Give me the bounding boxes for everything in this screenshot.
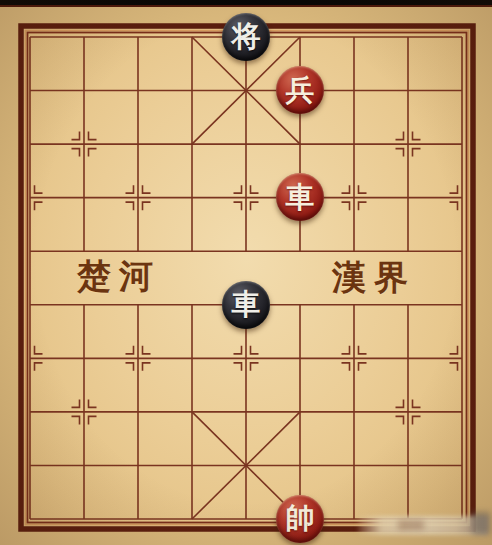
watermark-smudge-speck [398, 520, 424, 530]
intersection-f6-r5[interactable] [327, 278, 381, 332]
intersection-f8-r7[interactable] [435, 385, 489, 439]
intersection-f1-r1[interactable] [57, 64, 111, 118]
intersection-f3-r4[interactable] [165, 224, 219, 278]
intersection-f6-r6[interactable] [327, 331, 381, 385]
intersection-f1-r6[interactable] [57, 331, 111, 385]
letterbox-top-bar-edge [0, 5, 492, 7]
intersection-f0-r4[interactable] [3, 224, 57, 278]
intersection-f0-r2[interactable] [3, 117, 57, 171]
intersection-f6-r1[interactable] [327, 64, 381, 118]
black-chariot[interactable]: 車 [222, 281, 270, 329]
intersection-f3-r5[interactable] [165, 278, 219, 332]
intersection-f2-r0[interactable] [111, 10, 165, 64]
intersection-f4-r7[interactable] [219, 385, 273, 439]
intersection-f5-r0[interactable] [273, 10, 327, 64]
intersection-f5-r8[interactable] [273, 438, 327, 492]
intersection-f1-r2[interactable] [57, 117, 111, 171]
intersection-f3-r2[interactable] [165, 117, 219, 171]
intersection-f7-r4[interactable] [381, 224, 435, 278]
intersection-f2-r2[interactable] [111, 117, 165, 171]
intersection-f0-r7[interactable] [3, 385, 57, 439]
intersection-f5-r6[interactable] [273, 331, 327, 385]
watermark-smudge-speck [472, 512, 490, 534]
intersection-f3-r6[interactable] [165, 331, 219, 385]
intersection-f7-r7[interactable] [381, 385, 435, 439]
intersection-f0-r9[interactable] [3, 492, 57, 545]
intersection-f4-r3[interactable] [219, 171, 273, 225]
intersection-f8-r1[interactable] [435, 64, 489, 118]
intersection-f8-r5[interactable] [435, 278, 489, 332]
red-soldier[interactable]: 兵 [276, 66, 324, 114]
intersection-f0-r6[interactable] [3, 331, 57, 385]
intersection-f7-r6[interactable] [381, 331, 435, 385]
intersection-f7-r2[interactable] [381, 117, 435, 171]
intersection-f1-r0[interactable] [57, 10, 111, 64]
intersection-f6-r7[interactable] [327, 385, 381, 439]
intersection-f6-r0[interactable] [327, 10, 381, 64]
intersection-f0-r3[interactable] [3, 171, 57, 225]
intersection-f1-r5[interactable] [57, 278, 111, 332]
intersection-f2-r8[interactable] [111, 438, 165, 492]
intersection-f0-r0[interactable] [3, 10, 57, 64]
piece-grid: 将兵車車帥 [3, 10, 489, 545]
intersection-f4-r8[interactable] [219, 438, 273, 492]
intersection-f3-r8[interactable] [165, 438, 219, 492]
intersection-f4-r1[interactable] [219, 64, 273, 118]
intersection-f1-r3[interactable] [57, 171, 111, 225]
xiangqi-app-screen: 楚河 漢界 将兵車車帥 [0, 0, 492, 545]
intersection-f3-r7[interactable] [165, 385, 219, 439]
intersection-f7-r5[interactable] [381, 278, 435, 332]
intersection-f3-r1[interactable] [165, 64, 219, 118]
intersection-f8-r4[interactable] [435, 224, 489, 278]
intersection-f3-r0[interactable] [165, 10, 219, 64]
intersection-f2-r9[interactable] [111, 492, 165, 545]
intersection-f2-r1[interactable] [111, 64, 165, 118]
intersection-f3-r3[interactable] [165, 171, 219, 225]
intersection-f6-r3[interactable] [327, 171, 381, 225]
intersection-f0-r1[interactable] [3, 64, 57, 118]
intersection-f1-r8[interactable] [57, 438, 111, 492]
intersection-f1-r4[interactable] [57, 224, 111, 278]
intersection-f8-r0[interactable] [435, 10, 489, 64]
black-general[interactable]: 将 [222, 13, 270, 61]
intersection-f5-r7[interactable] [273, 385, 327, 439]
intersection-f4-r4[interactable] [219, 224, 273, 278]
intersection-f1-r9[interactable] [57, 492, 111, 545]
intersection-f0-r5[interactable] [3, 278, 57, 332]
intersection-f7-r0[interactable] [381, 10, 435, 64]
intersection-f8-r8[interactable] [435, 438, 489, 492]
intersection-f2-r4[interactable] [111, 224, 165, 278]
intersection-f4-r6[interactable] [219, 331, 273, 385]
intersection-f8-r3[interactable] [435, 171, 489, 225]
intersection-f8-r2[interactable] [435, 117, 489, 171]
intersection-f2-r5[interactable] [111, 278, 165, 332]
intersection-f8-r6[interactable] [435, 331, 489, 385]
intersection-f6-r4[interactable] [327, 224, 381, 278]
intersection-f7-r1[interactable] [381, 64, 435, 118]
intersection-f6-r8[interactable] [327, 438, 381, 492]
intersection-f0-r8[interactable] [3, 438, 57, 492]
intersection-f3-r9[interactable] [165, 492, 219, 545]
intersection-f5-r5[interactable] [273, 278, 327, 332]
intersection-f6-r2[interactable] [327, 117, 381, 171]
intersection-f2-r3[interactable] [111, 171, 165, 225]
intersection-f5-r2[interactable] [273, 117, 327, 171]
intersection-f7-r8[interactable] [381, 438, 435, 492]
red-general[interactable]: 帥 [276, 495, 324, 543]
intersection-f2-r7[interactable] [111, 385, 165, 439]
intersection-f2-r6[interactable] [111, 331, 165, 385]
intersection-f4-r2[interactable] [219, 117, 273, 171]
intersection-f7-r3[interactable] [381, 171, 435, 225]
intersection-f4-r9[interactable] [219, 492, 273, 545]
intersection-f5-r4[interactable] [273, 224, 327, 278]
intersection-f1-r7[interactable] [57, 385, 111, 439]
